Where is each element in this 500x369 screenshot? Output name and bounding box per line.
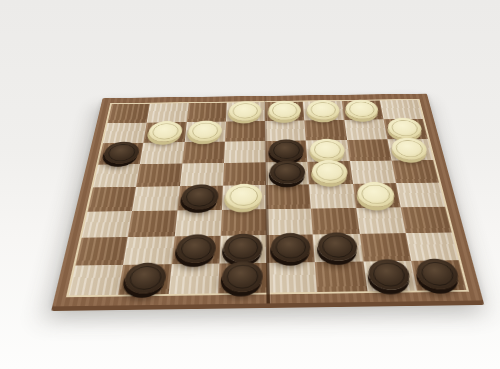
board-perspective-wrapper [78, 0, 453, 369]
dark-piece [181, 184, 219, 209]
square-f2 [313, 234, 363, 262]
square-a2 [75, 237, 128, 265]
square-b8 [147, 103, 188, 122]
square-c4 [177, 186, 223, 211]
square-g4 [352, 183, 400, 208]
square-f7 [305, 120, 347, 141]
square-b7 [144, 122, 187, 143]
square-e6 [265, 140, 307, 162]
square-e4 [266, 184, 311, 209]
square-e3 [266, 209, 313, 236]
dark-piece [367, 259, 413, 290]
light-piece [390, 137, 429, 159]
square-d6 [224, 141, 266, 163]
square-d2 [219, 235, 267, 263]
square-c5 [180, 163, 224, 186]
square-d1 [218, 263, 268, 294]
square-b1 [118, 264, 171, 295]
light-piece [306, 100, 340, 120]
square-b6 [140, 142, 184, 164]
square-g3 [356, 207, 406, 233]
square-d4 [222, 185, 267, 210]
dark-piece [269, 160, 305, 184]
square-e5 [266, 162, 310, 185]
light-piece [229, 101, 262, 121]
square-e8 [265, 102, 305, 121]
square-h7 [383, 119, 427, 140]
square-b5 [136, 163, 182, 186]
square-c8 [186, 103, 226, 122]
square-c6 [182, 142, 225, 164]
square-d3 [220, 209, 266, 236]
dark-piece [222, 261, 263, 292]
square-h5 [391, 160, 439, 183]
square-d5 [223, 162, 266, 185]
square-g6 [347, 139, 392, 161]
light-piece [344, 99, 379, 119]
square-c1 [168, 264, 219, 295]
light-piece [386, 117, 424, 138]
square-f1 [315, 262, 367, 292]
square-c7 [184, 122, 226, 143]
square-c3 [174, 210, 221, 237]
square-a1 [69, 265, 124, 296]
square-a5 [93, 164, 140, 187]
dark-piece [414, 258, 461, 289]
square-d8 [226, 102, 265, 121]
square-a8 [108, 104, 151, 123]
square-h1 [411, 260, 466, 290]
square-b2 [123, 236, 174, 264]
square-b3 [128, 210, 177, 237]
checkers-board [52, 94, 483, 307]
light-piece [311, 160, 349, 184]
dark-piece [271, 232, 311, 261]
dark-piece [123, 262, 168, 293]
square-h3 [400, 207, 451, 233]
square-f5 [308, 161, 353, 184]
square-e7 [265, 120, 306, 141]
product-photo-stage [0, 0, 500, 369]
dark-piece [269, 139, 304, 161]
light-piece [147, 121, 183, 142]
square-h6 [387, 139, 433, 161]
square-h8 [380, 100, 423, 119]
square-d7 [225, 121, 266, 142]
square-g1 [363, 261, 417, 291]
light-piece [225, 183, 262, 208]
square-e2 [267, 234, 315, 262]
square-c2 [171, 236, 220, 264]
light-piece [309, 138, 346, 160]
square-a4 [88, 187, 137, 212]
dark-piece [175, 234, 216, 263]
square-f4 [309, 184, 355, 209]
light-piece [268, 100, 301, 120]
light-piece [356, 181, 397, 206]
square-g2 [359, 233, 411, 261]
dark-piece [102, 141, 141, 163]
square-e1 [267, 262, 317, 292]
square-b4 [132, 186, 179, 211]
square-g7 [344, 119, 387, 140]
dark-piece [223, 233, 263, 262]
square-h2 [405, 233, 458, 261]
dark-piece [317, 232, 359, 261]
square-a3 [82, 211, 133, 238]
square-f8 [303, 101, 344, 120]
square-a6 [98, 143, 143, 165]
square-a7 [103, 123, 147, 144]
square-f6 [306, 140, 349, 162]
square-g8 [341, 101, 383, 120]
square-f3 [311, 208, 359, 234]
light-piece [188, 120, 223, 141]
square-g5 [349, 161, 395, 184]
square-h4 [396, 183, 445, 208]
